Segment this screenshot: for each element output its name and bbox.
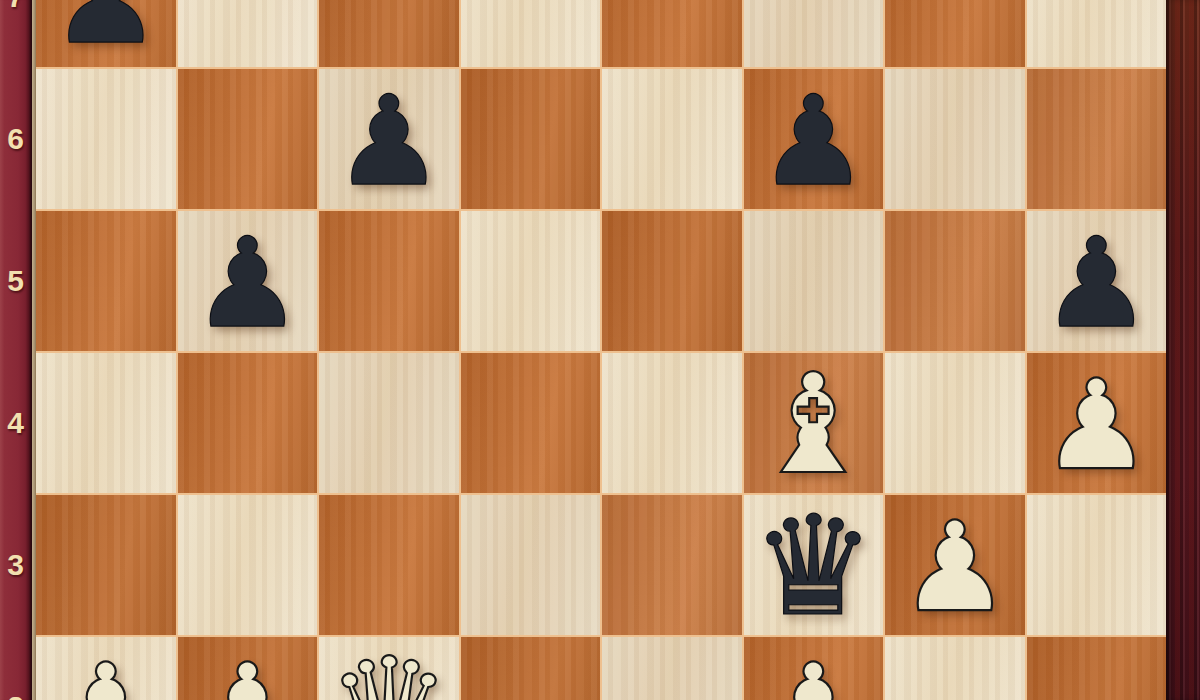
rank-label-7: 7 — [0, 0, 31, 16]
square-d4[interactable] — [461, 353, 601, 493]
square-c5[interactable] — [319, 211, 459, 351]
square-f5[interactable] — [744, 211, 884, 351]
square-g6[interactable] — [885, 69, 1025, 209]
square-b6[interactable] — [178, 69, 318, 209]
white-pawn-b2[interactable]: ♟ — [192, 647, 303, 700]
square-c4[interactable] — [319, 353, 459, 493]
square-g2[interactable] — [885, 637, 1025, 700]
white-bishop-f4[interactable]: ♝ — [751, 356, 875, 494]
black-pawn-f6[interactable]: ♟ — [758, 79, 869, 203]
square-f3[interactable]: ♛ — [744, 495, 884, 635]
square-h3[interactable] — [1027, 495, 1167, 635]
board-left-frame: 765432 — [0, 0, 36, 700]
square-b3[interactable] — [178, 495, 318, 635]
square-a4[interactable] — [36, 353, 176, 493]
white-pawn-g3[interactable]: ♟ — [899, 505, 1010, 629]
rank-label-2: 2 — [0, 688, 31, 700]
square-e2[interactable] — [602, 637, 742, 700]
black-pawn-a7[interactable]: ♟ — [50, 0, 161, 61]
square-e3[interactable] — [602, 495, 742, 635]
rank-label-5: 5 — [0, 262, 31, 300]
white-pawn-a2[interactable]: ♟ — [50, 647, 161, 700]
white-pawn-h4[interactable]: ♟ — [1041, 363, 1152, 487]
board-grid: ♟♟♟♟♟♝♟♛♟♟♟♛♟ — [36, 0, 1166, 700]
black-pawn-b5[interactable]: ♟ — [192, 221, 303, 345]
square-h4[interactable]: ♟ — [1027, 353, 1167, 493]
square-g4[interactable] — [885, 353, 1025, 493]
square-g7[interactable] — [885, 0, 1025, 67]
square-f7[interactable] — [744, 0, 884, 67]
square-a2[interactable]: ♟ — [36, 637, 176, 700]
square-b2[interactable]: ♟ — [178, 637, 318, 700]
square-e4[interactable] — [602, 353, 742, 493]
square-b4[interactable] — [178, 353, 318, 493]
square-a7[interactable]: ♟ — [36, 0, 176, 67]
square-h6[interactable] — [1027, 69, 1167, 209]
square-g3[interactable]: ♟ — [885, 495, 1025, 635]
square-f4[interactable]: ♝ — [744, 353, 884, 493]
square-a3[interactable] — [36, 495, 176, 635]
square-d5[interactable] — [461, 211, 601, 351]
square-h7[interactable] — [1027, 0, 1167, 67]
square-h2[interactable] — [1027, 637, 1167, 700]
square-d6[interactable] — [461, 69, 601, 209]
square-f2[interactable]: ♟ — [744, 637, 884, 700]
square-b7[interactable] — [178, 0, 318, 67]
square-c2[interactable]: ♛ — [319, 637, 459, 700]
rank-label-6: 6 — [0, 120, 31, 158]
square-e5[interactable] — [602, 211, 742, 351]
square-d2[interactable] — [461, 637, 601, 700]
square-c6[interactable]: ♟ — [319, 69, 459, 209]
black-queen-f3[interactable]: ♛ — [751, 498, 875, 636]
board-right-frame — [1166, 0, 1200, 700]
square-g5[interactable] — [885, 211, 1025, 351]
square-a5[interactable] — [36, 211, 176, 351]
square-d3[interactable] — [461, 495, 601, 635]
square-c3[interactable] — [319, 495, 459, 635]
white-queen-c2[interactable]: ♛ — [327, 640, 451, 700]
rank-label-4: 4 — [0, 404, 31, 442]
square-e6[interactable] — [602, 69, 742, 209]
square-c7[interactable] — [319, 0, 459, 67]
square-b5[interactable]: ♟ — [178, 211, 318, 351]
square-d7[interactable] — [461, 0, 601, 67]
white-pawn-f2[interactable]: ♟ — [758, 647, 869, 700]
black-pawn-c6[interactable]: ♟ — [333, 79, 444, 203]
square-e7[interactable] — [602, 0, 742, 67]
square-h5[interactable]: ♟ — [1027, 211, 1167, 351]
chess-diagram: ♟♟♟♟♟♝♟♛♟♟♟♛♟ 765432 — [0, 0, 1200, 700]
rank-label-3: 3 — [0, 546, 31, 584]
square-a6[interactable] — [36, 69, 176, 209]
black-pawn-h5[interactable]: ♟ — [1041, 221, 1152, 345]
square-f6[interactable]: ♟ — [744, 69, 884, 209]
